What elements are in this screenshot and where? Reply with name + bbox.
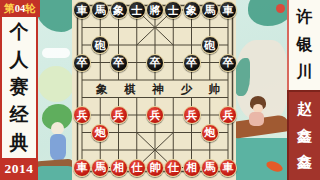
char: 许 — [297, 7, 313, 28]
xiangqi-piece-black[interactable]: 卒 — [219, 54, 237, 72]
round-banner: 第04轮 — [0, 0, 40, 17]
char: 赵 — [297, 100, 312, 119]
char: 象 — [96, 82, 108, 97]
char: 经 — [10, 102, 29, 128]
xiangqi-piece-red[interactable]: 仕 — [128, 159, 146, 177]
char: 人 — [10, 47, 29, 73]
char: 棋 — [124, 82, 136, 97]
xiangqi-piece-red[interactable]: 相 — [110, 159, 128, 177]
char: 川 — [297, 62, 313, 83]
xiangqi-piece-red[interactable]: 相 — [183, 159, 201, 177]
year-banner: 2014 — [0, 158, 38, 180]
xiangqi-piece-black[interactable]: 馬 — [201, 1, 219, 19]
xiangqi-piece-red[interactable]: 馬 — [201, 159, 219, 177]
xiangqi-piece-red[interactable]: 帥 — [146, 159, 164, 177]
xiangqi-piece-black[interactable]: 將 — [146, 1, 164, 19]
char: 个 — [10, 19, 29, 45]
char: 神 — [152, 82, 164, 97]
xiangqi-piece-red[interactable]: 兵 — [73, 106, 91, 124]
player-name-top: 许银川 — [287, 0, 320, 90]
xiangqi-piece-black[interactable]: 車 — [219, 1, 237, 19]
xiangqi-piece-red[interactable]: 炮 — [201, 124, 219, 142]
xiangqi-board[interactable]: 象棋神少帅 車馬象士將士象馬車砲砲卒卒卒卒卒兵兵兵兵兵炮炮車馬相仕帥仕相馬車 — [72, 0, 236, 180]
xiangqi-piece-black[interactable]: 象 — [183, 1, 201, 19]
girl-right-body — [249, 112, 264, 126]
char: 典 — [10, 130, 29, 156]
char: 鑫 — [297, 153, 312, 172]
year-label: 2014 — [5, 161, 34, 177]
round-number: 04 — [15, 3, 26, 14]
xiangqi-piece-black[interactable]: 卒 — [146, 54, 164, 72]
char: 赛 — [10, 74, 29, 100]
thumbnail: 象棋神少帅 車馬象士將士象馬車砲砲卒卒卒卒卒兵兵兵兵兵炮炮車馬相仕帥仕相馬車 第… — [0, 0, 320, 180]
xiangqi-piece-red[interactable]: 仕 — [164, 159, 182, 177]
water-left — [34, 166, 76, 180]
xiangqi-piece-black[interactable]: 象 — [110, 1, 128, 19]
pale-circle — [38, 66, 74, 102]
xiangqi-piece-red[interactable]: 車 — [219, 159, 237, 177]
xiangqi-piece-red[interactable]: 馬 — [91, 159, 109, 177]
xiangqi-piece-red[interactable]: 炮 — [91, 124, 109, 142]
xiangqi-piece-black[interactable]: 卒 — [183, 54, 201, 72]
water-right — [236, 138, 287, 180]
cloud — [42, 48, 70, 58]
xiangqi-piece-black[interactable]: 卒 — [73, 54, 91, 72]
red-flower — [276, 4, 285, 13]
xiangqi-piece-black[interactable]: 砲 — [201, 36, 219, 54]
river-text: 象棋神少帅 — [90, 81, 226, 97]
xiangqi-piece-red[interactable]: 車 — [73, 159, 91, 177]
round-suffix: 轮 — [25, 2, 36, 16]
char: 少 — [180, 82, 192, 97]
series-title: 个人赛经典 — [0, 17, 38, 158]
char: 银 — [297, 35, 313, 56]
xiangqi-piece-black[interactable]: 車 — [73, 1, 91, 19]
char: 帅 — [209, 82, 221, 97]
xiangqi-piece-black[interactable]: 卒 — [110, 54, 128, 72]
xiangqi-piece-red[interactable]: 兵 — [110, 106, 128, 124]
round-prefix: 第 — [4, 2, 15, 16]
girl-left-body — [50, 134, 66, 161]
char: 鑫 — [297, 127, 312, 146]
xiangqi-piece-black[interactable]: 士 — [128, 1, 146, 19]
xiangqi-piece-red[interactable]: 兵 — [219, 106, 237, 124]
xiangqi-piece-red[interactable]: 兵 — [146, 106, 164, 124]
player-name-bottom: 赵鑫鑫 — [287, 90, 320, 180]
xiangqi-piece-red[interactable]: 兵 — [183, 106, 201, 124]
